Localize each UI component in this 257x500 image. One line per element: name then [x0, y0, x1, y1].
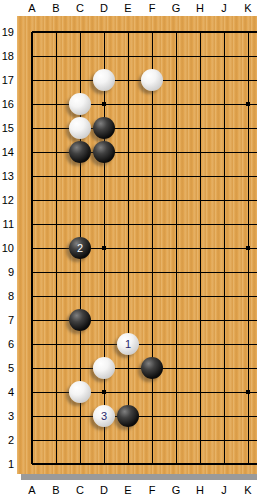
col-label-bottom-j: J — [212, 482, 236, 498]
row-label-19: 19 — [0, 24, 14, 40]
col-label-top-c: C — [68, 0, 92, 16]
white-stone-c16[interactable] — [69, 93, 91, 115]
row-label-3: 3 — [0, 408, 14, 424]
white-stone-c4[interactable] — [69, 381, 91, 403]
row-label-6: 6 — [0, 336, 14, 352]
row-label-11: 11 — [0, 216, 14, 232]
row-label-7: 7 — [0, 312, 14, 328]
go-app-window: AABBCCDDEEFFGGHHJJKK19181716151413121110… — [0, 0, 257, 500]
col-label-top-b: B — [44, 0, 68, 16]
col-label-bottom-k: K — [236, 482, 257, 498]
white-stone-c15[interactable] — [69, 117, 91, 139]
col-label-bottom-c: C — [68, 482, 92, 498]
row-label-4: 4 — [0, 384, 14, 400]
col-label-top-g: G — [164, 0, 188, 16]
row-label-15: 15 — [0, 120, 14, 136]
row-label-9: 9 — [0, 264, 14, 280]
col-label-bottom-f: F — [140, 482, 164, 498]
row-label-13: 13 — [0, 168, 14, 184]
move-number-label: 2 — [69, 237, 91, 259]
row-label-17: 17 — [0, 72, 14, 88]
move-number-label: 1 — [117, 333, 139, 355]
row-label-2: 2 — [0, 432, 14, 448]
row-label-8: 8 — [0, 288, 14, 304]
black-stone-c14[interactable] — [69, 141, 91, 163]
col-label-top-k: K — [236, 0, 257, 16]
black-stone-d15[interactable] — [93, 117, 115, 139]
black-stone-d14[interactable] — [93, 141, 115, 163]
col-label-bottom-d: D — [92, 482, 116, 498]
col-label-top-f: F — [140, 0, 164, 16]
col-label-top-a: A — [20, 0, 44, 16]
row-label-14: 14 — [0, 144, 14, 160]
col-label-top-e: E — [116, 0, 140, 16]
board-shadow — [21, 474, 257, 480]
col-label-bottom-e: E — [116, 482, 140, 498]
row-label-12: 12 — [0, 192, 14, 208]
black-stone-f5[interactable] — [141, 357, 163, 379]
col-label-bottom-h: H — [188, 482, 212, 498]
col-label-bottom-b: B — [44, 482, 68, 498]
col-label-top-d: D — [92, 0, 116, 16]
black-stone-c7[interactable] — [69, 309, 91, 331]
move-number-label: 3 — [93, 405, 115, 427]
white-stone-d5[interactable] — [93, 357, 115, 379]
row-label-18: 18 — [0, 48, 14, 64]
board-surface[interactable] — [17, 16, 257, 474]
row-label-1: 1 — [0, 456, 14, 472]
black-stone-c10[interactable]: 2 — [69, 237, 91, 259]
white-stone-d3[interactable]: 3 — [93, 405, 115, 427]
row-label-10: 10 — [0, 240, 14, 256]
row-label-5: 5 — [0, 360, 14, 376]
white-stone-d17[interactable] — [93, 69, 115, 91]
col-label-top-h: H — [188, 0, 212, 16]
white-stone-f17[interactable] — [141, 69, 163, 91]
row-label-16: 16 — [0, 96, 14, 112]
col-label-bottom-a: A — [20, 482, 44, 498]
col-label-bottom-g: G — [164, 482, 188, 498]
black-stone-e3[interactable] — [117, 405, 139, 427]
white-stone-e6[interactable]: 1 — [117, 333, 139, 355]
col-label-top-j: J — [212, 0, 236, 16]
